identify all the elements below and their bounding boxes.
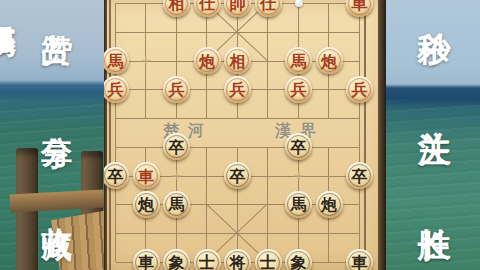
piece-black-卒[interactable]: 卒 xyxy=(346,162,373,189)
xiangqi-board[interactable]: 楚河 漢界 相仕帥仕車馬炮相馬炮兵兵兵兵兵車卒卒卒卒卒炮馬馬炮車象士将士象車 xyxy=(104,0,386,270)
piece-glyph: 車 xyxy=(138,255,154,270)
piece-black-卒[interactable]: 卒 xyxy=(224,162,251,189)
piece-glyph: 兵 xyxy=(352,82,368,98)
piece-glyph: 馬 xyxy=(108,53,124,69)
piece-glyph: 相 xyxy=(169,0,185,12)
piece-glyph: 仕 xyxy=(199,0,215,12)
piece-glyph: 卒 xyxy=(108,168,124,184)
piece-glyph: 炮 xyxy=(199,53,215,69)
piece-red-車[interactable]: 車 xyxy=(133,162,160,189)
piece-glyph: 炮 xyxy=(321,197,337,213)
sea-waves-texture xyxy=(386,100,480,270)
piece-glyph: 帥 xyxy=(230,0,246,12)
piece-glyph: 卒 xyxy=(169,139,185,155)
piece-glyph: 象 xyxy=(291,255,307,270)
piece-glyph: 卒 xyxy=(352,168,368,184)
piece-black-炮[interactable]: 炮 xyxy=(133,191,160,218)
piece-glyph: 馬 xyxy=(291,197,307,213)
piece-glyph: 将 xyxy=(230,255,246,270)
piece-black-車[interactable]: 車 xyxy=(346,249,373,270)
piece-black-士[interactable]: 士 xyxy=(194,249,221,270)
video-frame: 象棋高手班 占赞 分享 收藏 楚河 漢界 相仕帥仕車馬炮相馬炮兵兵兵兵兵車卒卒卒… xyxy=(0,0,480,270)
board-grid-line xyxy=(116,118,360,119)
piece-glyph: 象 xyxy=(169,255,185,270)
piece-glyph: 馬 xyxy=(291,53,307,69)
piece-glyph: 炮 xyxy=(138,197,154,213)
piece-red-兵[interactable]: 兵 xyxy=(224,76,251,103)
piece-red-炮[interactable]: 炮 xyxy=(194,47,221,74)
star-point-marker xyxy=(172,171,181,180)
piece-red-馬[interactable]: 馬 xyxy=(285,47,312,74)
piece-glyph: 兵 xyxy=(291,82,307,98)
piece-glyph: 仕 xyxy=(260,0,276,12)
piece-red-炮[interactable]: 炮 xyxy=(316,47,343,74)
piece-glyph: 士 xyxy=(199,255,215,270)
star-point-marker xyxy=(142,56,151,65)
piece-glyph: 車 xyxy=(352,255,368,270)
board-frame-left xyxy=(104,0,107,270)
piece-glyph: 卒 xyxy=(291,139,307,155)
piece-glyph: 相 xyxy=(230,53,246,69)
background-sea-left: 象棋高手班 占赞 分享 收藏 xyxy=(0,0,104,270)
piece-red-兵[interactable]: 兵 xyxy=(285,76,312,103)
piece-black-馬[interactable]: 馬 xyxy=(163,191,190,218)
piece-glyph: 士 xyxy=(260,255,276,270)
piece-red-車[interactable]: 車 xyxy=(346,0,373,17)
piece-red-兵[interactable]: 兵 xyxy=(104,76,129,103)
piece-glyph: 炮 xyxy=(321,53,337,69)
board-grid-line xyxy=(359,3,360,262)
piece-red-兵[interactable]: 兵 xyxy=(163,76,190,103)
piece-glyph: 兵 xyxy=(108,82,124,98)
piece-glyph: 車 xyxy=(352,0,368,12)
piece-glyph: 兵 xyxy=(169,82,185,98)
piece-glyph: 車 xyxy=(138,168,154,184)
piece-glyph: 兵 xyxy=(230,82,246,98)
last-move-origin-dot xyxy=(295,0,303,7)
piece-glyph: 馬 xyxy=(169,197,185,213)
piece-glyph: 卒 xyxy=(230,168,246,184)
piece-black-士[interactable]: 士 xyxy=(255,249,282,270)
piece-black-馬[interactable]: 馬 xyxy=(285,191,312,218)
board-frame-right xyxy=(378,0,386,270)
board-grid-line xyxy=(115,3,116,262)
piece-red-相[interactable]: 相 xyxy=(224,47,251,74)
piece-black-炮[interactable]: 炮 xyxy=(316,191,343,218)
star-point-marker xyxy=(294,171,303,180)
background-sea-right: 秒杀 关注 长胜 xyxy=(386,0,480,270)
piece-black-車[interactable]: 車 xyxy=(133,249,160,270)
piece-red-兵[interactable]: 兵 xyxy=(346,76,373,103)
